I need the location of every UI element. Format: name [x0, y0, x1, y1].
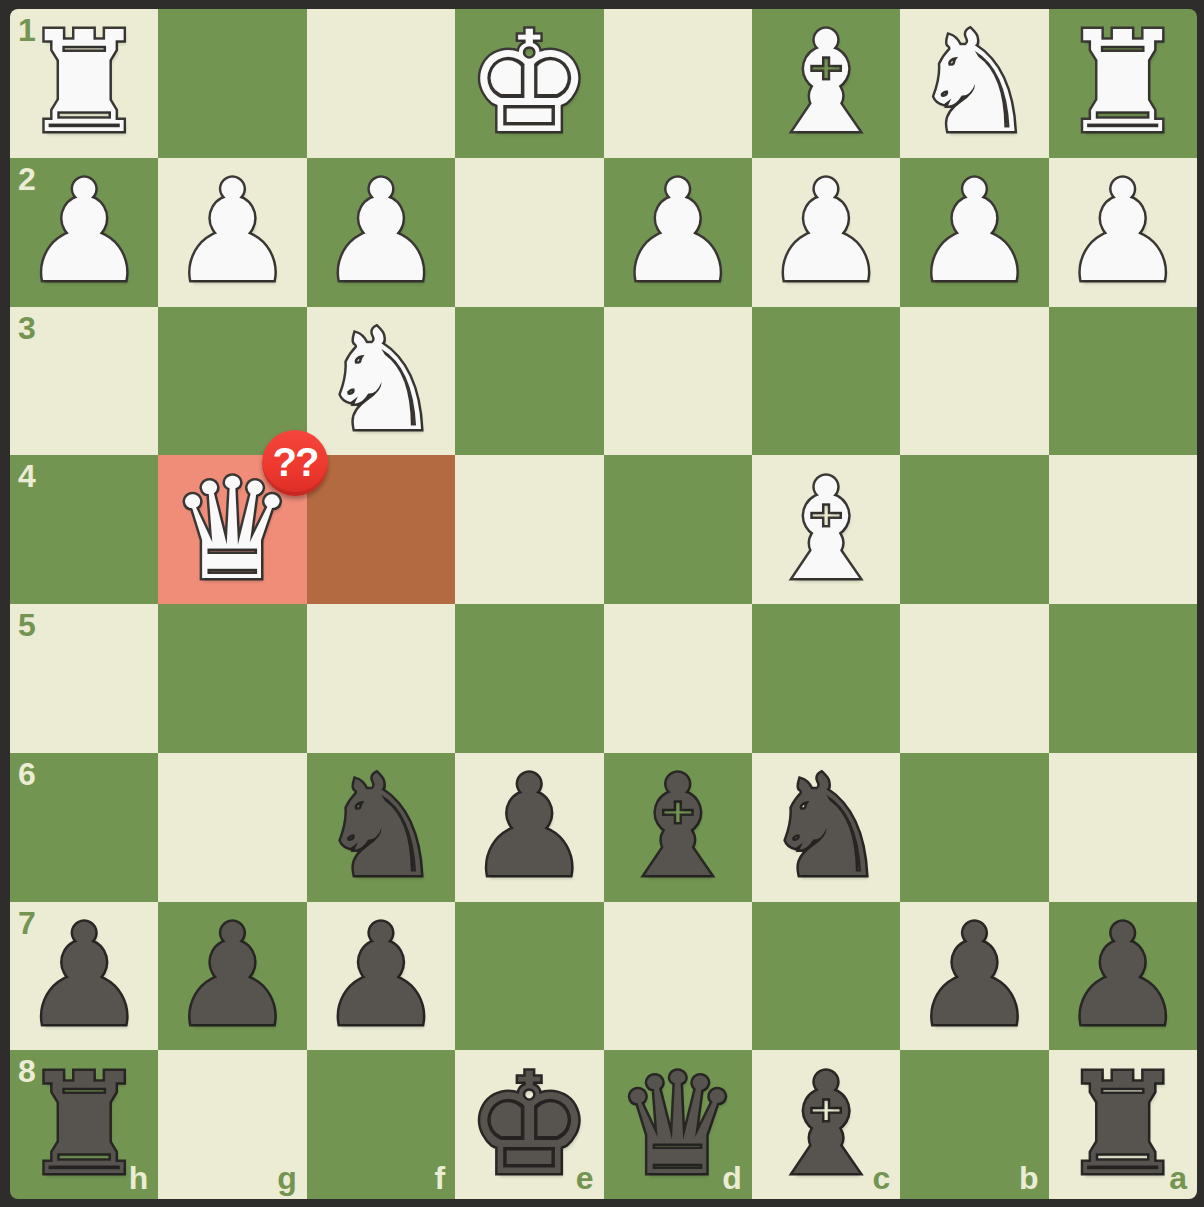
file-label-a: a — [1169, 1162, 1187, 1194]
square-d5[interactable] — [604, 604, 752, 753]
white-rook[interactable]: ♜ — [1060, 13, 1186, 153]
square-f7[interactable]: ♟ — [307, 902, 455, 1051]
square-b1[interactable]: ♞ — [900, 9, 1048, 158]
square-c7[interactable] — [752, 902, 900, 1051]
square-a5[interactable] — [1049, 604, 1197, 753]
square-c8[interactable]: c♝ — [752, 1050, 900, 1199]
rank-label-1: 1 — [18, 14, 36, 46]
square-h2[interactable]: 2♟ — [10, 158, 158, 307]
white-rook[interactable]: ♜ — [21, 13, 147, 153]
white-pawn[interactable]: ♟ — [763, 162, 889, 302]
square-g6[interactable] — [158, 753, 306, 902]
square-g2[interactable]: ♟ — [158, 158, 306, 307]
square-b4[interactable] — [900, 455, 1048, 604]
file-label-d: d — [722, 1162, 742, 1194]
blunder-badge-label: ?? — [273, 442, 318, 482]
square-h8[interactable]: 8h♜ — [10, 1050, 158, 1199]
white-king[interactable]: ♚ — [467, 13, 593, 153]
square-e8[interactable]: e♚ — [455, 1050, 603, 1199]
square-d7[interactable] — [604, 902, 752, 1051]
square-f1[interactable] — [307, 9, 455, 158]
black-rook[interactable]: ♜ — [1060, 1055, 1186, 1195]
square-b2[interactable]: ♟ — [900, 158, 1048, 307]
square-g8[interactable]: g — [158, 1050, 306, 1199]
square-g5[interactable] — [158, 604, 306, 753]
white-bishop[interactable]: ♝ — [763, 460, 889, 600]
square-b3[interactable] — [900, 307, 1048, 456]
black-bishop[interactable]: ♝ — [615, 757, 741, 897]
square-a1[interactable]: ♜ — [1049, 9, 1197, 158]
square-g1[interactable] — [158, 9, 306, 158]
square-d2[interactable]: ♟ — [604, 158, 752, 307]
white-knight[interactable]: ♞ — [912, 13, 1038, 153]
square-h3[interactable]: 3 — [10, 307, 158, 456]
file-label-h: h — [129, 1162, 149, 1194]
square-c6[interactable]: ♞ — [752, 753, 900, 902]
rank-label-3: 3 — [18, 312, 36, 344]
square-h1[interactable]: 1♜ — [10, 9, 158, 158]
black-pawn[interactable]: ♟ — [318, 906, 444, 1046]
black-knight[interactable]: ♞ — [763, 757, 889, 897]
square-a4[interactable] — [1049, 455, 1197, 604]
square-f2[interactable]: ♟ — [307, 158, 455, 307]
white-bishop[interactable]: ♝ — [763, 13, 889, 153]
square-h7[interactable]: 7♟ — [10, 902, 158, 1051]
square-e4[interactable] — [455, 455, 603, 604]
square-f8[interactable]: f — [307, 1050, 455, 1199]
black-pawn[interactable]: ♟ — [467, 757, 593, 897]
square-b7[interactable]: ♟ — [900, 902, 1048, 1051]
file-label-e: e — [576, 1162, 594, 1194]
blunder-badge: ?? — [262, 430, 328, 496]
white-pawn[interactable]: ♟ — [318, 162, 444, 302]
square-d4[interactable] — [604, 455, 752, 604]
square-e1[interactable]: ♚ — [455, 9, 603, 158]
black-bishop[interactable]: ♝ — [763, 1055, 889, 1195]
square-e2[interactable] — [455, 158, 603, 307]
square-c5[interactable] — [752, 604, 900, 753]
square-a3[interactable] — [1049, 307, 1197, 456]
file-label-f: f — [434, 1162, 445, 1194]
white-pawn[interactable]: ♟ — [615, 162, 741, 302]
square-e5[interactable] — [455, 604, 603, 753]
black-pawn[interactable]: ♟ — [912, 906, 1038, 1046]
square-c3[interactable] — [752, 307, 900, 456]
black-king[interactable]: ♚ — [467, 1055, 593, 1195]
file-label-g: g — [277, 1162, 297, 1194]
white-pawn[interactable]: ♟ — [21, 162, 147, 302]
white-pawn[interactable]: ♟ — [912, 162, 1038, 302]
square-h6[interactable]: 6 — [10, 753, 158, 902]
square-h4[interactable]: 4 — [10, 455, 158, 604]
square-c2[interactable]: ♟ — [752, 158, 900, 307]
black-pawn[interactable]: ♟ — [21, 906, 147, 1046]
file-label-c: c — [872, 1162, 890, 1194]
rank-label-8: 8 — [18, 1055, 36, 1087]
rank-label-4: 4 — [18, 460, 36, 492]
square-h5[interactable]: 5 — [10, 604, 158, 753]
square-d3[interactable] — [604, 307, 752, 456]
file-label-b: b — [1019, 1162, 1039, 1194]
square-c4[interactable]: ♝ — [752, 455, 900, 604]
chess-board: ?? 1♜♚♝♞♜2♟♟♟♟♟♟♟3♞4♛♝56♞♟♝♞7♟♟♟♟♟8h♜gfe… — [10, 9, 1197, 1199]
square-b5[interactable] — [900, 604, 1048, 753]
square-f4[interactable] — [307, 455, 455, 604]
white-pawn[interactable]: ♟ — [170, 162, 296, 302]
rank-label-2: 2 — [18, 163, 36, 195]
square-f5[interactable] — [307, 604, 455, 753]
black-knight[interactable]: ♞ — [318, 757, 444, 897]
square-b6[interactable] — [900, 753, 1048, 902]
black-pawn[interactable]: ♟ — [1060, 906, 1186, 1046]
square-b8[interactable]: b — [900, 1050, 1048, 1199]
black-pawn[interactable]: ♟ — [170, 906, 296, 1046]
rank-label-6: 6 — [18, 758, 36, 790]
square-f3[interactable]: ♞ — [307, 307, 455, 456]
square-c1[interactable]: ♝ — [752, 9, 900, 158]
square-a7[interactable]: ♟ — [1049, 902, 1197, 1051]
square-e7[interactable] — [455, 902, 603, 1051]
square-a8[interactable]: a♜ — [1049, 1050, 1197, 1199]
square-g7[interactable]: ♟ — [158, 902, 306, 1051]
rank-label-7: 7 — [18, 907, 36, 939]
white-knight[interactable]: ♞ — [318, 311, 444, 451]
square-a6[interactable] — [1049, 753, 1197, 902]
square-e3[interactable] — [455, 307, 603, 456]
square-f6[interactable]: ♞ — [307, 753, 455, 902]
square-d6[interactable]: ♝ — [604, 753, 752, 902]
square-d8[interactable]: d♛ — [604, 1050, 752, 1199]
square-a2[interactable]: ♟ — [1049, 158, 1197, 307]
square-d1[interactable] — [604, 9, 752, 158]
white-pawn[interactable]: ♟ — [1060, 162, 1186, 302]
square-e6[interactable]: ♟ — [455, 753, 603, 902]
rank-label-5: 5 — [18, 609, 36, 641]
